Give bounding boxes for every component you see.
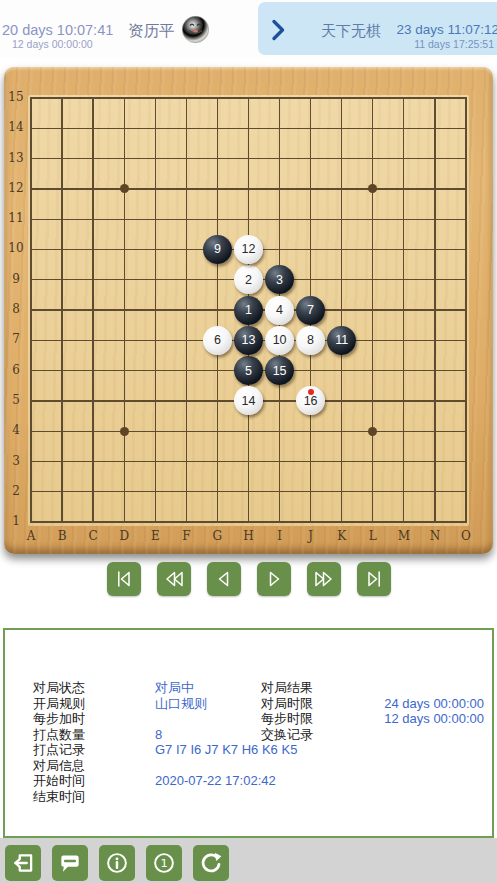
row-label: 3 (5, 454, 27, 468)
nav-back-button[interactable] (207, 562, 241, 596)
left-player-total-time: 20 days 10:07:41 (2, 22, 113, 38)
grid-line-horizontal (30, 431, 467, 432)
info-value (375, 680, 484, 696)
info-value (155, 711, 261, 727)
info-value: 8 (155, 727, 261, 743)
grid-line-vertical (403, 97, 404, 523)
row-label: 4 (5, 423, 27, 437)
column-label: H (238, 529, 260, 543)
stone-6-white: 6 (203, 326, 232, 355)
left-player-move-time: 12 days 00:00:00 (12, 38, 93, 50)
move-number-button[interactable]: 1 (146, 845, 182, 881)
nav-fast-back-button[interactable] (157, 562, 191, 596)
gomoku-board[interactable]: 151413121110987654321ABCDEFGHIJKLMNO1234… (4, 67, 493, 554)
row-label: 11 (5, 211, 27, 225)
stone-15-black: 15 (265, 356, 294, 385)
row-label: 10 (5, 241, 27, 255)
column-label: B (51, 529, 73, 543)
stone-8-white: 8 (296, 326, 325, 355)
nav-forward-button[interactable] (257, 562, 291, 596)
info-value: 2020-07-22 17:02:42 (155, 773, 484, 789)
right-player-panel: 天下无棋 23 days 11:07:12 11 days 17:25:51 (258, 2, 497, 55)
row-label: 5 (5, 393, 27, 407)
info-label: 对局时限 (261, 696, 375, 712)
board-grid[interactable]: 151413121110987654321ABCDEFGHIJKLMNO1234… (4, 67, 493, 554)
stone-3-black: 3 (265, 265, 294, 294)
info-value (155, 789, 484, 805)
grid-line-vertical (465, 97, 467, 523)
stone-11-black: 11 (327, 326, 356, 355)
info-label: 开局规则 (33, 696, 155, 712)
stone-7-black: 7 (296, 296, 325, 325)
nav-fast-forward-button[interactable] (307, 562, 341, 596)
info-label: 开始时间 (33, 773, 155, 789)
row-label: 2 (5, 484, 27, 498)
column-label: D (113, 529, 135, 543)
grid-line-vertical (341, 97, 342, 523)
stone-2-white: 2 (234, 265, 263, 294)
refresh-button[interactable] (193, 845, 229, 881)
stone-14-white: 14 (234, 386, 263, 415)
info-label: 对局信息 (33, 758, 155, 774)
bottom-action-bar: 1 (0, 838, 497, 883)
info-label: 对局状态 (33, 680, 155, 696)
row-label: 8 (5, 302, 27, 316)
left-player-name: 资历平 (128, 21, 175, 42)
star-point (120, 427, 129, 436)
right-player-total-time: 23 days 11:07:12 (396, 22, 497, 37)
row-label: 14 (5, 120, 27, 134)
last-move-dot (308, 389, 314, 395)
stone-5-black: 5 (234, 356, 263, 385)
info-value: 对局中 (155, 680, 261, 696)
stone-16-white: 16 (296, 386, 325, 415)
column-label: E (144, 529, 166, 543)
header: 20 days 10:07:41 12 days 00:00:00 资历平 天下… (0, 0, 497, 58)
right-player-move-time: 11 days 17:25:51 (414, 38, 494, 50)
info-value (155, 758, 484, 774)
column-label: F (175, 529, 197, 543)
info-label: 结束时间 (33, 789, 155, 805)
row-label: 6 (5, 363, 27, 377)
nav-last-button[interactable] (357, 562, 391, 596)
info-label: 每步时限 (261, 711, 375, 727)
stone-4-white: 4 (265, 296, 294, 325)
info-value: G7 I7 I6 J7 K7 H6 K6 K5 (155, 742, 484, 758)
column-label: A (20, 529, 42, 543)
star-point (120, 184, 129, 193)
row-label: 7 (5, 332, 27, 346)
column-label: O (455, 529, 477, 543)
row-label: 13 (5, 151, 27, 165)
turn-chevron-icon[interactable] (269, 17, 287, 47)
info-value (375, 727, 484, 743)
info-label: 对局结果 (261, 680, 375, 696)
info-label: 交换记录 (261, 727, 375, 743)
row-label: 9 (5, 272, 27, 286)
info-label: 每步加时 (33, 711, 155, 727)
exit-button[interactable] (5, 845, 41, 881)
info-value: 12 days 00:00:00 (375, 711, 484, 727)
column-label: J (300, 529, 322, 543)
info-label: 打点记录 (33, 742, 155, 758)
stone-13-black: 13 (234, 326, 263, 355)
column-label: K (331, 529, 353, 543)
star-point (368, 427, 377, 436)
row-label: 1 (5, 514, 27, 528)
star-point (368, 184, 377, 193)
stone-12-white: 12 (234, 235, 263, 264)
game-info-rows: 对局状态对局中对局结果 开局规则山口规则对局时限24 days 00:00:00… (5, 680, 492, 804)
info-button[interactable] (99, 845, 135, 881)
column-label: N (424, 529, 446, 543)
column-label: M (393, 529, 415, 543)
grid-line-vertical (372, 97, 373, 523)
stone-1-black: 1 (234, 296, 263, 325)
info-label: 打点数量 (33, 727, 155, 743)
svg-text:1: 1 (161, 856, 168, 870)
stone-10-white: 10 (265, 326, 294, 355)
column-label: L (362, 529, 384, 543)
column-label: C (82, 529, 104, 543)
chat-button[interactable] (52, 845, 88, 881)
grid-line-horizontal (30, 461, 467, 462)
info-value: 24 days 00:00:00 (375, 696, 484, 712)
move-navigation (0, 562, 497, 596)
row-label: 15 (5, 90, 27, 104)
game-info-panel: 对局状态对局中对局结果 开局规则山口规则对局时限24 days 00:00:00… (3, 628, 494, 838)
info-value: 山口规则 (155, 696, 261, 712)
nav-first-button[interactable] (107, 562, 141, 596)
column-label: G (206, 529, 228, 543)
column-label: I (269, 529, 291, 543)
grid-line-horizontal (30, 521, 467, 523)
grid-line-horizontal (30, 491, 467, 492)
row-label: 12 (5, 181, 27, 195)
stone-9-black: 9 (203, 235, 232, 264)
grid-line-vertical (434, 97, 435, 523)
left-player-avatar (181, 15, 210, 44)
right-player-name: 天下无棋 (321, 22, 381, 41)
